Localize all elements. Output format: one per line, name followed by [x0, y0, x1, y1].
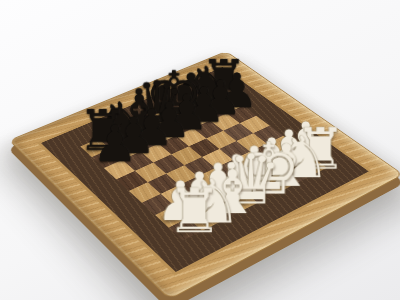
- piece-black-pawn[interactable]: ♟: [83, 123, 148, 166]
- square-a5[interactable]: [116, 171, 147, 191]
- scene: ♜♞♝♛♚♝♞♜♟♟♟♟♟♟♟♟♟♟♟♟♟♟♟♟♜♞♝♛♚♝♞♜: [0, 0, 400, 300]
- piece-white-rook[interactable]: ♜: [159, 185, 229, 237]
- board-frame: ♜♞♝♛♚♝♞♜♟♟♟♟♟♟♟♟♟♟♟♟♟♟♟♟♜♞♝♛♚♝♞♜: [9, 51, 400, 300]
- board: ♜♞♝♛♚♝♞♜♟♟♟♟♟♟♟♟♟♟♟♟♟♟♟♟♜♞♝♛♚♝♞♜: [9, 51, 400, 300]
- square-a7[interactable]: ♟: [92, 149, 123, 168]
- board-grid: ♜♞♝♛♚♝♞♜♟♟♟♟♟♟♟♟♟♟♟♟♟♟♟♟♜♞♝♛♚♝♞♜: [80, 88, 327, 241]
- board-inner-border: ♜♞♝♛♚♝♞♜♟♟♟♟♟♟♟♟♟♟♟♟♟♟♟♟♜♞♝♛♚♝♞♜: [37, 65, 373, 275]
- square-a1[interactable]: ♜: [169, 218, 202, 240]
